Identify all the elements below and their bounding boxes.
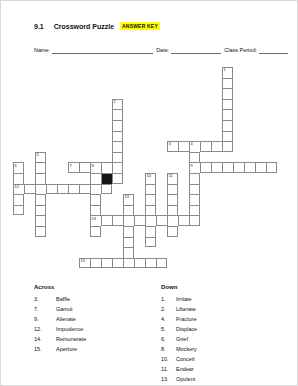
section-number: 9.1 — [34, 23, 44, 30]
clue-item: 3.Baffle — [34, 294, 154, 304]
clue-item: 5.Displace — [161, 324, 281, 334]
cell-number: 15 — [81, 259, 85, 263]
grid-cell[interactable] — [211, 162, 222, 173]
grid-cell[interactable] — [189, 194, 200, 205]
grid-cell[interactable] — [145, 237, 156, 248]
clue-word: Aperture — [56, 344, 77, 354]
clue-word: Grief — [176, 334, 188, 344]
clue-number: 1. — [161, 294, 176, 304]
grid-cell[interactable] — [101, 162, 112, 173]
grid-cell[interactable]: 4 — [189, 141, 200, 152]
grid-cell[interactable] — [123, 215, 134, 226]
grid-cell[interactable]: 2 — [112, 99, 123, 110]
grid-cell[interactable] — [68, 184, 79, 195]
clue-word: Liberate — [176, 304, 196, 314]
name-input-line[interactable] — [52, 46, 153, 54]
grid-cell[interactable]: 15 — [79, 258, 90, 269]
date-input-line[interactable] — [171, 46, 221, 54]
clue-number: 11. — [161, 364, 176, 374]
cell-number: 3 — [169, 142, 171, 146]
grid-cell[interactable] — [134, 215, 145, 226]
grid-cell[interactable] — [189, 173, 200, 184]
clue-word: Irritate — [176, 294, 192, 304]
cell-number: 11 — [169, 174, 173, 178]
grid-cell[interactable] — [189, 215, 200, 226]
grid-cell[interactable] — [211, 141, 222, 152]
clue-item: 13.Opulent — [161, 374, 281, 384]
grid-cell[interactable] — [90, 184, 101, 195]
grid-cell[interactable] — [90, 194, 101, 205]
answer-key-badge: ANSWER KEY — [120, 22, 160, 30]
clue-number: 6. — [161, 334, 176, 344]
grid-cell[interactable] — [200, 141, 211, 152]
clue-word: Endear — [176, 364, 194, 374]
grid-cell[interactable] — [101, 258, 112, 269]
clue-number: 5. — [161, 324, 176, 334]
clue-item: 10.Conceit — [161, 354, 281, 364]
grid-cell[interactable] — [35, 184, 46, 195]
grid-cell[interactable] — [145, 205, 156, 216]
grid-cell[interactable] — [112, 120, 123, 131]
grid-cell[interactable] — [156, 215, 167, 226]
grid-cell[interactable] — [112, 173, 123, 184]
grid-cell[interactable] — [13, 173, 24, 184]
grid-cell[interactable] — [255, 162, 266, 173]
cell-number: 1 — [224, 68, 226, 72]
worksheet-page: 9.1Crossword PuzzleANSWER KEY Name: Date… — [0, 0, 298, 386]
student-info-line: Name: Date: Class Period: — [34, 47, 288, 54]
grid-cell[interactable] — [35, 194, 46, 205]
clue-number: 7. — [34, 304, 56, 314]
clue-word: Remunerate — [56, 334, 86, 344]
clue-number: 2. — [161, 304, 176, 314]
blocked-cell — [101, 173, 112, 184]
grid-cell[interactable] — [35, 162, 46, 173]
page-title: Crossword Puzzle — [54, 23, 114, 30]
grid-cell[interactable]: 9 — [189, 162, 200, 173]
grid-cell[interactable] — [134, 258, 145, 269]
cell-number: 8 — [92, 164, 94, 168]
grid-cell[interactable] — [244, 162, 255, 173]
grid-cell[interactable] — [167, 205, 178, 216]
grid-cell[interactable] — [123, 226, 134, 237]
grid-cell[interactable] — [90, 258, 101, 269]
grid-cell[interactable] — [222, 109, 233, 120]
grid-cell[interactable]: 12 — [13, 184, 24, 195]
grid-cell[interactable] — [189, 184, 200, 195]
grid-cell[interactable] — [112, 152, 123, 163]
cell-number: 10 — [147, 174, 151, 178]
clue-item: 2.Liberate — [161, 304, 281, 314]
grid-cell[interactable] — [222, 162, 233, 173]
grid-cell[interactable] — [222, 88, 233, 99]
clue-item: 11.Endear — [161, 364, 281, 374]
grid-cell[interactable] — [222, 131, 233, 142]
cell-number: 13 — [125, 195, 129, 199]
clue-item: 8.Mockery — [161, 344, 281, 354]
grid-cell[interactable] — [13, 194, 24, 205]
grid-cell[interactable] — [167, 194, 178, 205]
grid-cell[interactable] — [90, 226, 101, 237]
grid-cell[interactable] — [222, 99, 233, 110]
down-clue-list: 1.Irritate2.Liberate4.Fracture5.Displace… — [161, 294, 281, 384]
grid-cell[interactable] — [112, 131, 123, 142]
grid-cell[interactable] — [222, 78, 233, 89]
grid-cell[interactable] — [200, 162, 211, 173]
grid-cell[interactable] — [101, 215, 112, 226]
clue-number: 9. — [34, 314, 56, 324]
grid-cell[interactable] — [123, 258, 134, 269]
clue-item: 14.Remunerate — [34, 334, 154, 344]
cell-number: 6 — [15, 164, 17, 168]
grid-cell[interactable] — [145, 215, 156, 226]
grid-cell[interactable] — [178, 215, 189, 226]
clue-number: 8. — [161, 344, 176, 354]
grid-cell[interactable] — [57, 184, 68, 195]
across-clue-list: 3.Baffle7.Gamut9.Alienate12.Impudence14.… — [34, 294, 154, 354]
grid-cell[interactable] — [189, 152, 200, 163]
clue-item: 15.Aperture — [34, 344, 154, 354]
grid-cell[interactable] — [35, 215, 46, 226]
grid-cell[interactable]: 8 — [90, 162, 101, 173]
clue-word: Conceit — [176, 354, 195, 364]
grid-cell[interactable] — [123, 237, 134, 248]
grid-cell[interactable] — [90, 173, 101, 184]
grid-cell[interactable]: 7 — [68, 162, 79, 173]
grid-cell[interactable] — [167, 215, 178, 226]
grid-cell[interactable] — [79, 162, 90, 173]
grid-cell[interactable] — [101, 184, 112, 195]
grid-cell[interactable] — [222, 120, 233, 131]
cell-number: 14 — [92, 217, 96, 221]
grid-cell[interactable] — [145, 194, 156, 205]
page-header: 9.1Crossword PuzzleANSWER KEY — [34, 15, 160, 25]
grid-cell[interactable]: 13 — [123, 194, 134, 205]
clue-word: Impudence — [56, 324, 83, 334]
class-period-input-line[interactable] — [259, 46, 288, 54]
grid-cell[interactable] — [112, 141, 123, 152]
grid-cell[interactable] — [35, 205, 46, 216]
grid-cell[interactable] — [79, 184, 90, 195]
grid-cell[interactable] — [145, 184, 156, 195]
grid-cell[interactable] — [156, 258, 167, 269]
cell-number: 4 — [191, 142, 193, 146]
clue-item: 12.Impudence — [34, 324, 154, 334]
clue-item: 1.Irritate — [161, 294, 281, 304]
grid-cell[interactable] — [46, 184, 57, 195]
grid-cell[interactable]: 14 — [90, 215, 101, 226]
clue-number: 14. — [34, 334, 56, 344]
clue-item: 7.Gamut — [34, 304, 154, 314]
clue-word: Alienate — [56, 314, 76, 324]
class-period-label: Class Period: — [224, 47, 257, 54]
name-label: Name: — [34, 47, 50, 54]
grid-cell[interactable] — [35, 226, 46, 237]
across-heading: Across — [34, 284, 154, 290]
grid-cell[interactable] — [24, 184, 35, 195]
clue-number: 4. — [161, 314, 176, 324]
grid-cell[interactable] — [266, 162, 277, 173]
clue-number: 12. — [34, 324, 56, 334]
grid-cell[interactable] — [35, 173, 46, 184]
clue-word: Opulent — [176, 374, 195, 384]
grid-cell[interactable]: 3 — [167, 141, 178, 152]
grid-cell[interactable] — [13, 205, 24, 216]
grid-cell[interactable] — [123, 205, 134, 216]
cell-number: 2 — [114, 100, 116, 104]
grid-cell[interactable] — [90, 205, 101, 216]
across-clues: Across 3.Baffle7.Gamut9.Alienate12.Impud… — [34, 284, 154, 354]
grid-cell[interactable] — [178, 141, 189, 152]
date-label: Date: — [156, 47, 169, 54]
clue-item: 4.Fracture — [161, 314, 281, 324]
clue-number: 10. — [161, 354, 176, 364]
grid-cell[interactable] — [123, 247, 134, 258]
down-clues: Down 1.Irritate2.Liberate4.Fracture5.Dis… — [161, 284, 281, 384]
grid-cell[interactable] — [167, 226, 178, 237]
clue-word: Baffle — [56, 294, 70, 304]
grid-cell[interactable] — [145, 226, 156, 237]
clue-item: 9.Alienate — [34, 314, 154, 324]
down-heading: Down — [161, 284, 281, 290]
clue-item: 6.Grief — [161, 334, 281, 344]
grid-cell[interactable]: 5 — [35, 152, 46, 163]
grid-cell[interactable] — [112, 258, 123, 269]
grid-cell[interactable] — [112, 162, 123, 173]
grid-cell[interactable] — [112, 109, 123, 120]
grid-cell[interactable]: 1 — [222, 67, 233, 78]
clue-word: Gamut — [56, 304, 73, 314]
clue-word: Fracture — [176, 314, 196, 324]
grid-cell[interactable]: 11 — [167, 173, 178, 184]
grid-cell[interactable] — [112, 215, 123, 226]
grid-cell[interactable]: 10 — [145, 173, 156, 184]
grid-cell[interactable] — [167, 184, 178, 195]
grid-cell[interactable]: 6 — [13, 162, 24, 173]
cell-number: 7 — [70, 164, 72, 168]
clue-number: 15. — [34, 344, 56, 354]
cell-number: 9 — [191, 164, 193, 168]
grid-cell[interactable] — [222, 141, 233, 152]
crossword-grid: 123456789101112131415 — [13, 67, 277, 269]
cell-number: 12 — [15, 185, 19, 189]
cell-number: 5 — [37, 153, 39, 157]
clue-word: Mockery — [176, 344, 197, 354]
grid-cell[interactable] — [233, 162, 244, 173]
clue-word: Displace — [176, 324, 197, 334]
clue-number: 13. — [161, 374, 176, 384]
grid-cell[interactable] — [189, 205, 200, 216]
clue-number: 3. — [34, 294, 56, 304]
grid-cell[interactable] — [145, 258, 156, 269]
